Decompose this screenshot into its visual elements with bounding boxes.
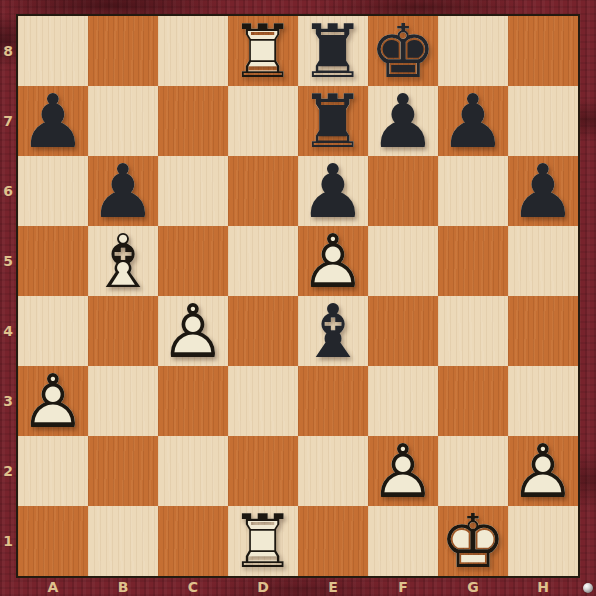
square-g3[interactable]: [438, 366, 508, 436]
square-h5[interactable]: [508, 226, 578, 296]
black-pawn-icon: ♟: [368, 86, 438, 156]
square-a8[interactable]: [18, 16, 88, 86]
black-pawn-icon: ♟: [298, 156, 368, 226]
white-rook-d1[interactable]: ♜♖: [228, 506, 298, 576]
square-b4[interactable]: [88, 296, 158, 366]
black-rook-e7[interactable]: ♖♜: [298, 86, 368, 156]
square-a6[interactable]: [18, 156, 88, 226]
square-a5[interactable]: [18, 226, 88, 296]
square-h8[interactable]: [508, 16, 578, 86]
rank-label-2: 2: [0, 436, 16, 506]
square-d1[interactable]: ♜♖: [228, 506, 298, 576]
square-f1[interactable]: [368, 506, 438, 576]
square-f8[interactable]: ♔♚: [368, 16, 438, 86]
square-c7[interactable]: [158, 86, 228, 156]
square-b3[interactable]: [88, 366, 158, 436]
white-pawn-c4[interactable]: ♟♙: [158, 296, 228, 366]
square-e2[interactable]: [298, 436, 368, 506]
square-h2[interactable]: ♟♙: [508, 436, 578, 506]
white-pawn-icon: ♙: [508, 436, 578, 506]
black-rook-icon: ♜: [298, 16, 368, 86]
white-pawn-icon: ♙: [368, 436, 438, 506]
square-e1[interactable]: [298, 506, 368, 576]
black-pawn-a7[interactable]: ♙♟: [18, 86, 88, 156]
square-e5[interactable]: ♟♙: [298, 226, 368, 296]
square-g5[interactable]: [438, 226, 508, 296]
black-king-f8[interactable]: ♔♚: [368, 16, 438, 86]
square-d2[interactable]: [228, 436, 298, 506]
square-e8[interactable]: ♖♜: [298, 16, 368, 86]
square-b5[interactable]: ♝♗: [88, 226, 158, 296]
black-pawn-b6[interactable]: ♙♟: [88, 156, 158, 226]
square-b8[interactable]: [88, 16, 158, 86]
board-frame: ♜♖♖♜♔♚♙♟♖♜♙♟♙♟♙♟♙♟♙♟♝♗♟♙♟♙♗♝♟♙♟♙♟♙♜♖♚♔ 8…: [0, 0, 596, 596]
square-c1[interactable]: [158, 506, 228, 576]
rank-label-7: 7: [0, 86, 16, 156]
square-d6[interactable]: [228, 156, 298, 226]
white-rook-d8[interactable]: ♜♖: [228, 16, 298, 86]
square-b7[interactable]: [88, 86, 158, 156]
black-pawn-icon: ♟: [18, 86, 88, 156]
white-pawn-icon: ♙: [298, 226, 368, 296]
square-a2[interactable]: [18, 436, 88, 506]
white-rook-icon: ♖: [228, 16, 298, 86]
square-c8[interactable]: [158, 16, 228, 86]
white-pawn-e5[interactable]: ♟♙: [298, 226, 368, 296]
square-d8[interactable]: ♜♖: [228, 16, 298, 86]
square-f7[interactable]: ♙♟: [368, 86, 438, 156]
black-pawn-g7[interactable]: ♙♟: [438, 86, 508, 156]
file-label-c: C: [158, 578, 228, 596]
square-e6[interactable]: ♙♟: [298, 156, 368, 226]
black-pawn-icon: ♟: [438, 86, 508, 156]
square-g6[interactable]: [438, 156, 508, 226]
white-bishop-b5[interactable]: ♝♗: [88, 226, 158, 296]
square-b2[interactable]: [88, 436, 158, 506]
square-g7[interactable]: ♙♟: [438, 86, 508, 156]
square-d4[interactable]: [228, 296, 298, 366]
square-g1[interactable]: ♚♔: [438, 506, 508, 576]
rank-label-5: 5: [0, 226, 16, 296]
square-e3[interactable]: [298, 366, 368, 436]
rank-label-4: 4: [0, 296, 16, 366]
black-pawn-f7[interactable]: ♙♟: [368, 86, 438, 156]
square-h6[interactable]: ♙♟: [508, 156, 578, 226]
white-bishop-icon: ♗: [88, 226, 158, 296]
square-a7[interactable]: ♙♟: [18, 86, 88, 156]
square-g4[interactable]: [438, 296, 508, 366]
square-c3[interactable]: [158, 366, 228, 436]
white-pawn-a3[interactable]: ♟♙: [18, 366, 88, 436]
rank-label-3: 3: [0, 366, 16, 436]
square-f4[interactable]: [368, 296, 438, 366]
square-g2[interactable]: [438, 436, 508, 506]
square-a3[interactable]: ♟♙: [18, 366, 88, 436]
square-f5[interactable]: [368, 226, 438, 296]
square-c4[interactable]: ♟♙: [158, 296, 228, 366]
file-label-f: F: [368, 578, 438, 596]
black-bishop-icon: ♝: [298, 296, 368, 366]
black-bishop-e4[interactable]: ♗♝: [298, 296, 368, 366]
white-king-g1[interactable]: ♚♔: [438, 506, 508, 576]
square-d7[interactable]: [228, 86, 298, 156]
black-pawn-e6[interactable]: ♙♟: [298, 156, 368, 226]
file-label-b: B: [88, 578, 158, 596]
square-c5[interactable]: [158, 226, 228, 296]
square-h1[interactable]: [508, 506, 578, 576]
square-b1[interactable]: [88, 506, 158, 576]
black-rook-icon: ♜: [298, 86, 368, 156]
square-b6[interactable]: ♙♟: [88, 156, 158, 226]
corner-dot: [583, 583, 593, 593]
square-f6[interactable]: [368, 156, 438, 226]
file-label-h: H: [508, 578, 578, 596]
rank-label-1: 1: [0, 506, 16, 576]
black-pawn-icon: ♟: [508, 156, 578, 226]
white-pawn-icon: ♙: [158, 296, 228, 366]
square-e7[interactable]: ♖♜: [298, 86, 368, 156]
rank-label-8: 8: [0, 16, 16, 86]
square-h7[interactable]: [508, 86, 578, 156]
square-g8[interactable]: [438, 16, 508, 86]
square-a4[interactable]: [18, 296, 88, 366]
rank-labels: 87654321: [0, 16, 16, 576]
square-f3[interactable]: [368, 366, 438, 436]
black-king-icon: ♚: [368, 16, 438, 86]
file-label-e: E: [298, 578, 368, 596]
square-h3[interactable]: [508, 366, 578, 436]
white-rook-icon: ♖: [228, 506, 298, 576]
file-label-a: A: [18, 578, 88, 596]
square-c2[interactable]: [158, 436, 228, 506]
square-d5[interactable]: [228, 226, 298, 296]
black-rook-e8[interactable]: ♖♜: [298, 16, 368, 86]
square-h4[interactable]: [508, 296, 578, 366]
square-e4[interactable]: ♗♝: [298, 296, 368, 366]
square-a1[interactable]: [18, 506, 88, 576]
white-pawn-h2[interactable]: ♟♙: [508, 436, 578, 506]
white-king-icon: ♔: [438, 506, 508, 576]
black-pawn-icon: ♟: [88, 156, 158, 226]
white-pawn-f2[interactable]: ♟♙: [368, 436, 438, 506]
black-pawn-h6[interactable]: ♙♟: [508, 156, 578, 226]
white-pawn-icon: ♙: [18, 366, 88, 436]
square-f2[interactable]: ♟♙: [368, 436, 438, 506]
rank-label-6: 6: [0, 156, 16, 226]
square-c6[interactable]: [158, 156, 228, 226]
chess-board: ♜♖♖♜♔♚♙♟♖♜♙♟♙♟♙♟♙♟♙♟♝♗♟♙♟♙♗♝♟♙♟♙♟♙♜♖♚♔: [16, 14, 580, 578]
square-d3[interactable]: [228, 366, 298, 436]
